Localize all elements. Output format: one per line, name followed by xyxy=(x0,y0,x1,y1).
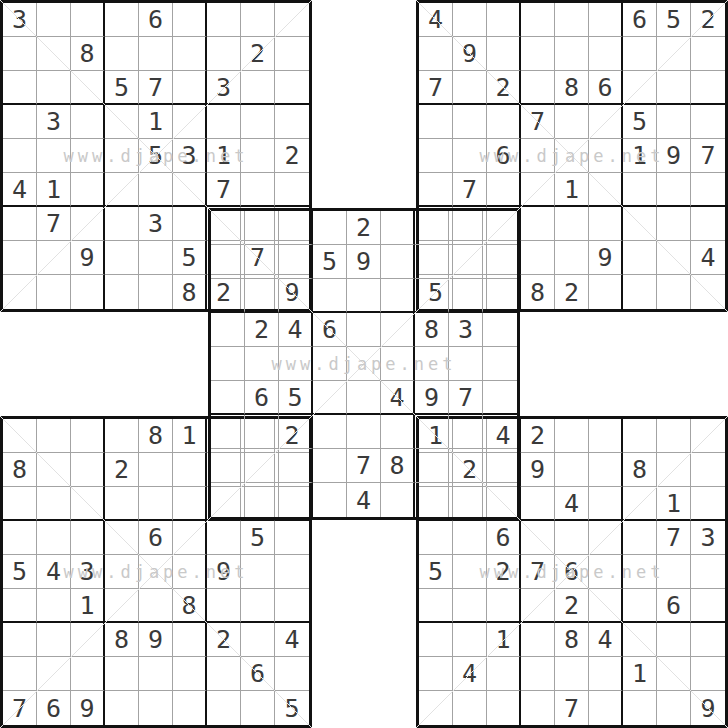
cell-bottom-right-r6c2 xyxy=(453,589,487,623)
cell-center-r5c3 xyxy=(279,347,313,381)
cell-bottom-right-r4c1 xyxy=(419,521,453,555)
cell-bottom-right-r9c5: 7 xyxy=(555,691,589,725)
cell-bottom-right-r4c9: 3 xyxy=(691,521,725,555)
cell-top-right-r5c1 xyxy=(419,139,453,173)
cell-center-r4c3: 4 xyxy=(279,313,313,347)
cell-center-r3c7 xyxy=(415,279,449,313)
cell-center-r4c1 xyxy=(211,313,245,347)
cell-bottom-left-r8c2 xyxy=(37,657,71,691)
cell-center-r5c6 xyxy=(381,347,415,381)
cell-bottom-right-r5c4: 7 xyxy=(521,555,555,589)
cell-bottom-right-r5c3: 2 xyxy=(487,555,521,589)
cell-center-r4c8: 3 xyxy=(449,313,483,347)
cell-center-r8c8 xyxy=(449,449,483,483)
cell-bottom-right-r6c4 xyxy=(521,589,555,623)
cell-bottom-left-r8c7 xyxy=(207,657,241,691)
cell-top-left-r5c1 xyxy=(3,139,37,173)
cell-center-r1c3 xyxy=(279,211,313,245)
cell-bottom-left-r9c5 xyxy=(139,691,173,725)
cell-center-r2c8 xyxy=(449,245,483,279)
cell-center-r6c6: 4 xyxy=(381,381,415,415)
cell-top-left-r5c4 xyxy=(105,139,139,173)
cell-bottom-left-r3c6 xyxy=(173,487,207,521)
cell-top-left-r3c5: 7 xyxy=(139,71,173,105)
cell-bottom-right-r7c9 xyxy=(691,623,725,657)
cell-center-r6c8: 7 xyxy=(449,381,483,415)
cell-center-r3c6 xyxy=(381,279,415,313)
cell-center-r8c9 xyxy=(483,449,517,483)
cell-bottom-right-r7c7 xyxy=(623,623,657,657)
cell-bottom-right-r4c5 xyxy=(555,521,589,555)
cell-center-r8c4 xyxy=(313,449,347,483)
cell-top-left-r1c7 xyxy=(207,3,241,37)
cell-top-right-r6c4 xyxy=(521,173,555,207)
cell-center-r5c7 xyxy=(415,347,449,381)
cell-top-right-r3c1: 7 xyxy=(419,71,453,105)
cell-bottom-left-r3c4 xyxy=(105,487,139,521)
cell-top-left-r5c5: 5 xyxy=(139,139,173,173)
cell-bottom-right-r6c8: 6 xyxy=(657,589,691,623)
cell-bottom-right-r9c3 xyxy=(487,691,521,725)
cell-center-r1c2 xyxy=(245,211,279,245)
cell-bottom-right-r6c5: 2 xyxy=(555,589,589,623)
cell-top-left-r8c4 xyxy=(105,241,139,275)
cell-bottom-left-r9c8 xyxy=(241,691,275,725)
cell-top-left-r5c9: 2 xyxy=(275,139,309,173)
cell-bottom-right-r7c5: 8 xyxy=(555,623,589,657)
cell-top-right-r7c7 xyxy=(623,207,657,241)
cell-top-right-r8c5 xyxy=(555,241,589,275)
cell-center-r1c7 xyxy=(415,211,449,245)
cell-top-left-r1c2 xyxy=(37,3,71,37)
cell-bottom-right-r9c4 xyxy=(521,691,555,725)
cell-top-left-r2c9 xyxy=(275,37,309,71)
cell-top-left-r3c7: 3 xyxy=(207,71,241,105)
cell-center-r4c4: 6 xyxy=(313,313,347,347)
cell-top-left-r7c2: 7 xyxy=(37,207,71,241)
cell-bottom-left-r1c4 xyxy=(105,419,139,453)
cell-bottom-right-r6c9 xyxy=(691,589,725,623)
cell-bottom-right-r1c6 xyxy=(589,419,623,453)
cell-bottom-right-r3c5: 4 xyxy=(555,487,589,521)
cell-center-r3c9 xyxy=(483,279,517,313)
cell-center-r1c1 xyxy=(211,211,245,245)
cell-bottom-right-r6c6 xyxy=(589,589,623,623)
cell-center-r6c1 xyxy=(211,381,245,415)
cell-bottom-left-r7c3 xyxy=(71,623,105,657)
cell-top-left-r2c8: 2 xyxy=(241,37,275,71)
cell-bottom-right-r9c2 xyxy=(453,691,487,725)
cell-bottom-left-r4c8: 5 xyxy=(241,521,275,555)
cell-top-right-r1c2 xyxy=(453,3,487,37)
cell-top-right-r8c9: 4 xyxy=(691,241,725,275)
cell-top-right-r7c5 xyxy=(555,207,589,241)
cell-top-left-r4c1 xyxy=(3,105,37,139)
cell-bottom-right-r9c6 xyxy=(589,691,623,725)
cell-bottom-left-r4c9 xyxy=(275,521,309,555)
cell-top-right-r1c7: 6 xyxy=(623,3,657,37)
cell-bottom-right-r4c6 xyxy=(589,521,623,555)
cell-bottom-left-r8c1 xyxy=(3,657,37,691)
cell-top-left-r9c3 xyxy=(71,275,105,309)
cell-bottom-right-r1c7 xyxy=(623,419,657,453)
cell-center-r4c2: 2 xyxy=(245,313,279,347)
cell-center-r5c4 xyxy=(313,347,347,381)
cell-top-right-r6c2: 7 xyxy=(453,173,487,207)
cell-top-right-r5c9: 7 xyxy=(691,139,725,173)
cell-bottom-left-r3c2 xyxy=(37,487,71,521)
cell-top-left-r6c9 xyxy=(275,173,309,207)
cell-bottom-left-r9c3: 9 xyxy=(71,691,105,725)
cell-center-r9c9 xyxy=(483,483,517,517)
cell-top-right-r1c8: 5 xyxy=(657,3,691,37)
cell-center-r2c5: 9 xyxy=(347,245,381,279)
cell-bottom-left-r7c1 xyxy=(3,623,37,657)
cell-center-r1c9 xyxy=(483,211,517,245)
cell-center-r7c1 xyxy=(211,415,245,449)
cell-bottom-left-r3c3 xyxy=(71,487,105,521)
cell-top-left-r4c4 xyxy=(105,105,139,139)
cell-center-r2c3 xyxy=(279,245,313,279)
cell-top-right-r4c6 xyxy=(589,105,623,139)
cell-bottom-right-r9c9: 9 xyxy=(691,691,725,725)
cell-bottom-left-r4c3 xyxy=(71,521,105,555)
cell-bottom-right-r7c1 xyxy=(419,623,453,657)
cell-top-right-r6c5: 1 xyxy=(555,173,589,207)
cell-bottom-right-r8c2: 4 xyxy=(453,657,487,691)
cell-center-r3c2 xyxy=(245,279,279,313)
cell-bottom-right-r5c5: 6 xyxy=(555,555,589,589)
cell-top-left-r6c8 xyxy=(241,173,275,207)
cell-top-left-r6c1: 4 xyxy=(3,173,37,207)
cell-top-right-r4c9 xyxy=(691,105,725,139)
cell-top-right-r1c4 xyxy=(521,3,555,37)
cell-top-right-r8c6: 9 xyxy=(589,241,623,275)
cell-top-right-r4c5 xyxy=(555,105,589,139)
cell-bottom-right-r9c1 xyxy=(419,691,453,725)
cell-center-r9c1 xyxy=(211,483,245,517)
cell-center-r7c5 xyxy=(347,415,381,449)
cell-top-left-r2c7 xyxy=(207,37,241,71)
cell-center-r1c5: 2 xyxy=(347,211,381,245)
cell-top-left-r9c2 xyxy=(37,275,71,309)
cell-top-right-r2c6 xyxy=(589,37,623,71)
cell-center-r4c6 xyxy=(381,313,415,347)
cell-center-r3c4 xyxy=(313,279,347,313)
cell-top-right-r7c6 xyxy=(589,207,623,241)
cell-bottom-left-r2c1: 8 xyxy=(3,453,37,487)
cell-bottom-left-r2c3 xyxy=(71,453,105,487)
cell-bottom-right-r1c8 xyxy=(657,419,691,453)
cell-center-r2c7 xyxy=(415,245,449,279)
cell-center-r5c2 xyxy=(245,347,279,381)
cell-top-right-r9c8 xyxy=(657,275,691,309)
cell-center-r3c3 xyxy=(279,279,313,313)
cell-bottom-right-r8c9 xyxy=(691,657,725,691)
cell-top-left-r5c3 xyxy=(71,139,105,173)
cell-center-r6c7: 9 xyxy=(415,381,449,415)
cell-center-r2c2 xyxy=(245,245,279,279)
cell-center-r2c1 xyxy=(211,245,245,279)
cell-bottom-left-r2c5 xyxy=(139,453,173,487)
cell-top-left-r8c5 xyxy=(139,241,173,275)
cell-bottom-left-r6c3: 1 xyxy=(71,589,105,623)
cell-center-r3c8 xyxy=(449,279,483,313)
cell-bottom-right-r5c8 xyxy=(657,555,691,589)
cell-top-right-r2c5 xyxy=(555,37,589,71)
cell-bottom-left-r5c2: 4 xyxy=(37,555,71,589)
cell-bottom-right-r3c4 xyxy=(521,487,555,521)
cell-top-left-r4c5: 1 xyxy=(139,105,173,139)
cell-bottom-right-r9c7 xyxy=(623,691,657,725)
cell-top-left-r5c6: 3 xyxy=(173,139,207,173)
cell-top-right-r7c4 xyxy=(521,207,555,241)
cell-top-left-r1c6 xyxy=(173,3,207,37)
cell-bottom-left-r7c8 xyxy=(241,623,275,657)
cell-top-right-r2c3 xyxy=(487,37,521,71)
cell-bottom-left-r8c9 xyxy=(275,657,309,691)
cell-top-right-r3c5: 8 xyxy=(555,71,589,105)
cell-bottom-left-r2c4: 2 xyxy=(105,453,139,487)
cell-bottom-left-r6c1 xyxy=(3,589,37,623)
cell-bottom-right-r7c2 xyxy=(453,623,487,657)
cell-center-r1c6 xyxy=(381,211,415,245)
cell-bottom-left-r7c4: 8 xyxy=(105,623,139,657)
cell-top-left-r4c7 xyxy=(207,105,241,139)
cell-bottom-left-r4c2 xyxy=(37,521,71,555)
cell-top-right-r5c7: 1 xyxy=(623,139,657,173)
cell-top-left-r7c1 xyxy=(3,207,37,241)
cell-bottom-right-r2c6 xyxy=(589,453,623,487)
cell-top-left-r1c5: 6 xyxy=(139,3,173,37)
cell-top-right-r2c9 xyxy=(691,37,725,71)
cell-top-left-r3c3 xyxy=(71,71,105,105)
cell-center-r5c8 xyxy=(449,347,483,381)
cell-top-right-r6c3 xyxy=(487,173,521,207)
cell-bottom-right-r1c5 xyxy=(555,419,589,453)
cell-top-left-r2c4 xyxy=(105,37,139,71)
cell-top-right-r4c2 xyxy=(453,105,487,139)
cell-center-r7c2 xyxy=(245,415,279,449)
cell-top-left-r8c3: 9 xyxy=(71,241,105,275)
cell-top-left-r1c3 xyxy=(71,3,105,37)
cell-top-right-r8c4 xyxy=(521,241,555,275)
cell-top-right-r2c7 xyxy=(623,37,657,71)
cell-bottom-right-r5c2 xyxy=(453,555,487,589)
cell-bottom-right-r1c4: 2 xyxy=(521,419,555,453)
cell-top-left-r6c5 xyxy=(139,173,173,207)
cell-top-right-r6c6 xyxy=(589,173,623,207)
cell-top-left-r4c6 xyxy=(173,105,207,139)
cell-bottom-left-r5c5 xyxy=(139,555,173,589)
cell-top-right-r9c6 xyxy=(589,275,623,309)
cell-center-r7c8 xyxy=(449,415,483,449)
cell-bottom-left-r9c7 xyxy=(207,691,241,725)
cell-bottom-left-r4c5: 6 xyxy=(139,521,173,555)
cell-top-right-r5c5 xyxy=(555,139,589,173)
cell-top-right-r1c9: 2 xyxy=(691,3,725,37)
cell-top-right-r2c8 xyxy=(657,37,691,71)
cell-center-r8c7 xyxy=(415,449,449,483)
cell-bottom-right-r7c3: 1 xyxy=(487,623,521,657)
cell-top-left-r4c8 xyxy=(241,105,275,139)
cell-top-left-r6c6 xyxy=(173,173,207,207)
cell-top-right-r5c2 xyxy=(453,139,487,173)
cell-center-r4c9 xyxy=(483,313,517,347)
cell-top-right-r4c1 xyxy=(419,105,453,139)
cell-bottom-left-r4c6 xyxy=(173,521,207,555)
cell-top-left-r7c4 xyxy=(105,207,139,241)
cell-center-r8c2 xyxy=(245,449,279,483)
cell-top-right-r5c4 xyxy=(521,139,555,173)
cell-top-right-r1c3 xyxy=(487,3,521,37)
cell-bottom-right-r3c7 xyxy=(623,487,657,521)
cell-top-right-r9c4: 8 xyxy=(521,275,555,309)
cell-bottom-right-r8c5 xyxy=(555,657,589,691)
cell-top-left-r7c3 xyxy=(71,207,105,241)
cell-bottom-right-r2c8 xyxy=(657,453,691,487)
cell-bottom-left-r6c8 xyxy=(241,589,275,623)
cell-center-r1c4 xyxy=(313,211,347,245)
cell-bottom-left-r6c6: 8 xyxy=(173,589,207,623)
cell-top-right-r9c5: 2 xyxy=(555,275,589,309)
cell-top-right-r6c8 xyxy=(657,173,691,207)
cell-center-r9c7 xyxy=(415,483,449,517)
cell-bottom-left-r9c6 xyxy=(173,691,207,725)
cell-bottom-left-r1c3 xyxy=(71,419,105,453)
cell-bottom-left-r6c7 xyxy=(207,589,241,623)
cell-top-left-r4c2: 3 xyxy=(37,105,71,139)
cell-center-r1c8 xyxy=(449,211,483,245)
cell-top-left-r1c9 xyxy=(275,3,309,37)
cell-top-right-r3c9 xyxy=(691,71,725,105)
cell-top-left-r6c4 xyxy=(105,173,139,207)
cell-center-r9c2 xyxy=(245,483,279,517)
cell-bottom-left-r4c4 xyxy=(105,521,139,555)
cell-bottom-left-r1c1 xyxy=(3,419,37,453)
cell-bottom-right-r4c2 xyxy=(453,521,487,555)
cell-top-right-r1c6 xyxy=(589,3,623,37)
cell-bottom-left-r5c7: 9 xyxy=(207,555,241,589)
cell-top-right-r4c4: 7 xyxy=(521,105,555,139)
cell-top-left-r3c9 xyxy=(275,71,309,105)
cell-bottom-left-r5c6 xyxy=(173,555,207,589)
cell-top-left-r2c5 xyxy=(139,37,173,71)
cell-top-left-r5c8 xyxy=(241,139,275,173)
cell-center-r7c4 xyxy=(313,415,347,449)
cell-bottom-left-r6c2 xyxy=(37,589,71,623)
cell-top-right-r6c1 xyxy=(419,173,453,207)
cell-top-right-r8c8 xyxy=(657,241,691,275)
cell-center-r7c3 xyxy=(279,415,313,449)
cell-bottom-left-r5c8 xyxy=(241,555,275,589)
cell-bottom-left-r4c7 xyxy=(207,521,241,555)
cell-top-right-r4c8 xyxy=(657,105,691,139)
cell-bottom-left-r8c3 xyxy=(71,657,105,691)
cell-center-r2c4: 5 xyxy=(313,245,347,279)
cell-bottom-left-r8c4 xyxy=(105,657,139,691)
cell-bottom-left-r6c5 xyxy=(139,589,173,623)
cell-top-right-r3c3: 2 xyxy=(487,71,521,105)
cell-top-right-r9c7 xyxy=(623,275,657,309)
cell-top-left-r2c6 xyxy=(173,37,207,71)
cell-top-right-r8c7 xyxy=(623,241,657,275)
cell-bottom-right-r8c6 xyxy=(589,657,623,691)
cell-top-left-r2c2 xyxy=(37,37,71,71)
cell-top-right-r4c3 xyxy=(487,105,521,139)
cell-center-r2c9 xyxy=(483,245,517,279)
cell-top-left-r9c4 xyxy=(105,275,139,309)
cell-center-r5c1 xyxy=(211,347,245,381)
cell-bottom-right-r8c7: 1 xyxy=(623,657,657,691)
cell-center-r6c2: 6 xyxy=(245,381,279,415)
cell-bottom-left-r3c5 xyxy=(139,487,173,521)
cell-top-left-r3c8 xyxy=(241,71,275,105)
cell-bottom-right-r1c9 xyxy=(691,419,725,453)
cell-top-left-r8c6: 5 xyxy=(173,241,207,275)
cell-bottom-right-r2c7: 8 xyxy=(623,453,657,487)
cell-center-r9c6 xyxy=(381,483,415,517)
cell-top-left-r5c7: 1 xyxy=(207,139,241,173)
cell-bottom-left-r5c4 xyxy=(105,555,139,589)
cell-center-r3c5 xyxy=(347,279,381,313)
cell-bottom-right-r2c5 xyxy=(555,453,589,487)
cell-bottom-right-r2c4: 9 xyxy=(521,453,555,487)
cell-bottom-right-r9c8 xyxy=(657,691,691,725)
cell-bottom-left-r2c6 xyxy=(173,453,207,487)
cell-top-right-r5c6 xyxy=(589,139,623,173)
cell-bottom-left-r6c4 xyxy=(105,589,139,623)
cell-top-right-r4c7: 5 xyxy=(623,105,657,139)
cell-bottom-left-r2c2 xyxy=(37,453,71,487)
cell-bottom-right-r6c3 xyxy=(487,589,521,623)
cell-center-r9c4 xyxy=(313,483,347,517)
cell-center-r3c1 xyxy=(211,279,245,313)
cell-top-right-r2c2: 9 xyxy=(453,37,487,71)
cell-bottom-left-r7c7: 2 xyxy=(207,623,241,657)
cell-top-right-r6c9 xyxy=(691,173,725,207)
cell-top-right-r7c9 xyxy=(691,207,725,241)
cell-bottom-right-r5c9 xyxy=(691,555,725,589)
cell-bottom-right-r3c8: 1 xyxy=(657,487,691,521)
cell-bottom-left-r9c2: 6 xyxy=(37,691,71,725)
cell-center-r6c4 xyxy=(313,381,347,415)
cell-bottom-right-r7c6: 4 xyxy=(589,623,623,657)
cell-top-left-r6c7: 7 xyxy=(207,173,241,207)
cell-top-left-r8c2 xyxy=(37,241,71,275)
cell-bottom-left-r8c6 xyxy=(173,657,207,691)
cell-bottom-left-r8c8: 6 xyxy=(241,657,275,691)
cell-bottom-right-r8c8 xyxy=(657,657,691,691)
cell-top-right-r2c1 xyxy=(419,37,453,71)
cell-bottom-left-r9c1: 7 xyxy=(3,691,37,725)
cell-top-right-r1c1: 4 xyxy=(419,3,453,37)
cell-center-r5c5 xyxy=(347,347,381,381)
cell-bottom-left-r8c5 xyxy=(139,657,173,691)
cell-bottom-right-r3c6 xyxy=(589,487,623,521)
cell-top-left-r9c6: 8 xyxy=(173,275,207,309)
cell-top-right-r7c8 xyxy=(657,207,691,241)
cell-center-r7c9 xyxy=(483,415,517,449)
cell-bottom-right-r7c4 xyxy=(521,623,555,657)
cell-center-r4c5 xyxy=(347,313,381,347)
cell-bottom-left-r7c5: 9 xyxy=(139,623,173,657)
cell-top-left-r7c6 xyxy=(173,207,207,241)
cell-bottom-left-r5c3: 3 xyxy=(71,555,105,589)
cell-center-r7c6 xyxy=(381,415,415,449)
cell-bottom-left-r5c9 xyxy=(275,555,309,589)
cell-bottom-right-r2c9 xyxy=(691,453,725,487)
